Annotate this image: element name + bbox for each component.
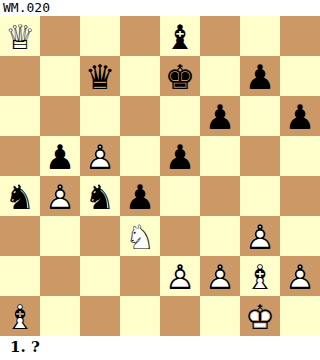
white-pawn: ♟ <box>240 216 280 256</box>
puzzle-id: WM.020 <box>0 0 320 16</box>
square-e8[interactable]: ♝ <box>160 16 200 56</box>
square-e6[interactable] <box>160 96 200 136</box>
move-prompt: 1. ? <box>0 336 320 360</box>
square-a1[interactable]: ♝♗ <box>0 296 40 336</box>
square-h7[interactable] <box>280 56 320 96</box>
white-knight: ♞ <box>120 216 160 256</box>
square-a6[interactable] <box>0 96 40 136</box>
square-g1[interactable]: ♚♔ <box>240 296 280 336</box>
square-d4[interactable]: ♟ <box>120 176 160 216</box>
square-e1[interactable] <box>160 296 200 336</box>
square-g6[interactable] <box>240 96 280 136</box>
square-h6[interactable]: ♟ <box>280 96 320 136</box>
square-a3[interactable] <box>0 216 40 256</box>
black-pawn: ♟ <box>280 96 320 136</box>
square-c1[interactable] <box>80 296 120 336</box>
white-pawn-outline: ♙ <box>200 256 240 296</box>
square-f8[interactable] <box>200 16 240 56</box>
black-pawn: ♟ <box>240 56 280 96</box>
white-king-outline: ♔ <box>240 296 280 336</box>
black-bishop: ♝ <box>160 16 200 56</box>
white-pawn-outline: ♙ <box>80 136 120 176</box>
square-f1[interactable] <box>200 296 240 336</box>
square-e4[interactable] <box>160 176 200 216</box>
black-queen: ♛ <box>80 56 120 96</box>
square-e2[interactable]: ♟♙ <box>160 256 200 296</box>
square-f3[interactable] <box>200 216 240 256</box>
white-pawn-outline: ♙ <box>240 216 280 256</box>
square-f4[interactable] <box>200 176 240 216</box>
square-d1[interactable] <box>120 296 160 336</box>
square-c5[interactable]: ♟♙ <box>80 136 120 176</box>
square-b6[interactable] <box>40 96 80 136</box>
white-knight-outline: ♘ <box>120 216 160 256</box>
square-e7[interactable]: ♚ <box>160 56 200 96</box>
square-a4[interactable]: ♞ <box>0 176 40 216</box>
square-a2[interactable] <box>0 256 40 296</box>
white-bishop: ♝ <box>240 256 280 296</box>
square-g2[interactable]: ♝♗ <box>240 256 280 296</box>
black-knight: ♞ <box>80 176 120 216</box>
square-c8[interactable] <box>80 16 120 56</box>
white-pawn: ♟ <box>80 136 120 176</box>
chess-board: ♛♕♝♛♚♟♟♟♟♟♙♟♞♟♙♞♟♞♘♟♙♟♙♟♙♝♗♟♙♝♗♚♔ <box>0 16 320 336</box>
square-b2[interactable] <box>40 256 80 296</box>
black-pawn: ♟ <box>160 136 200 176</box>
square-d2[interactable] <box>120 256 160 296</box>
white-pawn-outline: ♙ <box>280 256 320 296</box>
square-c2[interactable] <box>80 256 120 296</box>
white-queen-outline: ♕ <box>0 16 40 56</box>
black-pawn: ♟ <box>120 176 160 216</box>
square-b5[interactable]: ♟ <box>40 136 80 176</box>
square-e3[interactable] <box>160 216 200 256</box>
black-king: ♚ <box>160 56 200 96</box>
square-c4[interactable]: ♞ <box>80 176 120 216</box>
black-pawn: ♟ <box>200 96 240 136</box>
black-pawn: ♟ <box>40 136 80 176</box>
square-h2[interactable]: ♟♙ <box>280 256 320 296</box>
white-pawn: ♟ <box>160 256 200 296</box>
white-pawn-outline: ♙ <box>160 256 200 296</box>
white-queen: ♛ <box>0 16 40 56</box>
square-a5[interactable] <box>0 136 40 176</box>
square-d5[interactable] <box>120 136 160 176</box>
square-f7[interactable] <box>200 56 240 96</box>
square-g7[interactable]: ♟ <box>240 56 280 96</box>
square-h8[interactable] <box>280 16 320 56</box>
white-king: ♚ <box>240 296 280 336</box>
square-b8[interactable] <box>40 16 80 56</box>
white-bishop-outline: ♗ <box>0 296 40 336</box>
square-c7[interactable]: ♛ <box>80 56 120 96</box>
square-b4[interactable]: ♟♙ <box>40 176 80 216</box>
square-h4[interactable] <box>280 176 320 216</box>
square-f5[interactable] <box>200 136 240 176</box>
square-d7[interactable] <box>120 56 160 96</box>
white-pawn: ♟ <box>200 256 240 296</box>
square-d8[interactable] <box>120 16 160 56</box>
white-bishop-outline: ♗ <box>240 256 280 296</box>
square-e5[interactable]: ♟ <box>160 136 200 176</box>
square-a7[interactable] <box>0 56 40 96</box>
white-pawn: ♟ <box>280 256 320 296</box>
square-g8[interactable] <box>240 16 280 56</box>
square-c6[interactable] <box>80 96 120 136</box>
square-d3[interactable]: ♞♘ <box>120 216 160 256</box>
square-f2[interactable]: ♟♙ <box>200 256 240 296</box>
square-c3[interactable] <box>80 216 120 256</box>
square-g4[interactable] <box>240 176 280 216</box>
square-b7[interactable] <box>40 56 80 96</box>
square-h3[interactable] <box>280 216 320 256</box>
square-b1[interactable] <box>40 296 80 336</box>
white-pawn-outline: ♙ <box>40 176 80 216</box>
square-g5[interactable] <box>240 136 280 176</box>
square-h1[interactable] <box>280 296 320 336</box>
white-bishop: ♝ <box>0 296 40 336</box>
white-pawn: ♟ <box>40 176 80 216</box>
square-g3[interactable]: ♟♙ <box>240 216 280 256</box>
square-d6[interactable] <box>120 96 160 136</box>
square-f6[interactable]: ♟ <box>200 96 240 136</box>
square-a8[interactable]: ♛♕ <box>0 16 40 56</box>
square-b3[interactable] <box>40 216 80 256</box>
square-h5[interactable] <box>280 136 320 176</box>
black-knight: ♞ <box>0 176 40 216</box>
